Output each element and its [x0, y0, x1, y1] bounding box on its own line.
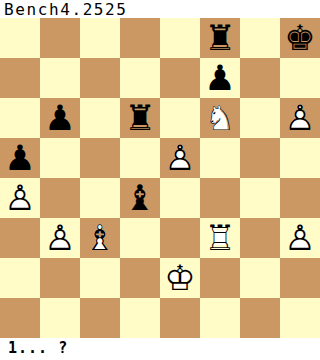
square-b3[interactable]: ♟♙ — [40, 218, 80, 258]
square-e4[interactable] — [160, 178, 200, 218]
square-c5[interactable] — [80, 138, 120, 178]
move-prompt: 1... ? — [0, 338, 320, 360]
square-g3[interactable] — [240, 218, 280, 258]
square-e2[interactable]: ♚♔ — [160, 258, 200, 298]
square-h3[interactable]: ♟♙ — [280, 218, 320, 258]
square-b6[interactable]: ♟ — [40, 98, 80, 138]
white-pawn-piece: ♙ — [280, 218, 320, 258]
square-e7[interactable] — [160, 58, 200, 98]
diagram-title: Bench4.2525 — [0, 0, 320, 18]
square-b8[interactable] — [40, 18, 80, 58]
white-king-piece: ♔ — [160, 258, 200, 298]
square-f6[interactable]: ♞♘ — [200, 98, 240, 138]
black-bishop-piece: ♝ — [120, 178, 160, 218]
square-c4[interactable] — [80, 178, 120, 218]
white-bishop-piece-fill: ♝ — [80, 218, 120, 258]
square-d2[interactable] — [120, 258, 160, 298]
square-a2[interactable] — [0, 258, 40, 298]
square-d7[interactable] — [120, 58, 160, 98]
square-b2[interactable] — [40, 258, 80, 298]
square-g2[interactable] — [240, 258, 280, 298]
square-h1[interactable] — [280, 298, 320, 338]
square-b5[interactable] — [40, 138, 80, 178]
square-h7[interactable] — [280, 58, 320, 98]
white-rook-piece-fill: ♜ — [200, 218, 240, 258]
black-pawn-piece: ♟ — [200, 58, 240, 98]
white-pawn-piece-fill: ♟ — [0, 178, 40, 218]
square-d5[interactable] — [120, 138, 160, 178]
black-king-piece: ♚ — [280, 18, 320, 58]
square-a1[interactable] — [0, 298, 40, 338]
square-f3[interactable]: ♜♖ — [200, 218, 240, 258]
square-f7[interactable]: ♟ — [200, 58, 240, 98]
square-h6[interactable]: ♟♙ — [280, 98, 320, 138]
square-e6[interactable] — [160, 98, 200, 138]
chess-board: ♜♚♟♟♜♞♘♟♙♟♟♙♟♙♝♟♙♝♗♜♖♟♙♚♔ — [0, 18, 320, 338]
square-g4[interactable] — [240, 178, 280, 218]
white-knight-piece: ♘ — [200, 98, 240, 138]
white-pawn-piece-fill: ♟ — [160, 138, 200, 178]
square-b4[interactable] — [40, 178, 80, 218]
square-h2[interactable] — [280, 258, 320, 298]
square-c2[interactable] — [80, 258, 120, 298]
chess-puzzle-app: Bench4.2525 ♜♚♟♟♜♞♘♟♙♟♟♙♟♙♝♟♙♝♗♜♖♟♙♚♔ 1.… — [0, 0, 320, 360]
square-f4[interactable] — [200, 178, 240, 218]
square-d8[interactable] — [120, 18, 160, 58]
white-pawn-piece: ♙ — [0, 178, 40, 218]
square-c6[interactable] — [80, 98, 120, 138]
square-c8[interactable] — [80, 18, 120, 58]
white-king-piece-fill: ♚ — [160, 258, 200, 298]
square-e5[interactable]: ♟♙ — [160, 138, 200, 178]
square-h5[interactable] — [280, 138, 320, 178]
black-rook-piece: ♜ — [120, 98, 160, 138]
square-f5[interactable] — [200, 138, 240, 178]
square-f8[interactable]: ♜ — [200, 18, 240, 58]
square-c1[interactable] — [80, 298, 120, 338]
square-b1[interactable] — [40, 298, 80, 338]
square-f2[interactable] — [200, 258, 240, 298]
square-e1[interactable] — [160, 298, 200, 338]
square-g8[interactable] — [240, 18, 280, 58]
white-pawn-piece: ♙ — [40, 218, 80, 258]
square-a4[interactable]: ♟♙ — [0, 178, 40, 218]
square-a7[interactable] — [0, 58, 40, 98]
white-pawn-piece: ♙ — [160, 138, 200, 178]
white-bishop-piece: ♗ — [80, 218, 120, 258]
square-d6[interactable]: ♜ — [120, 98, 160, 138]
square-a3[interactable] — [0, 218, 40, 258]
white-knight-piece-fill: ♞ — [200, 98, 240, 138]
square-g6[interactable] — [240, 98, 280, 138]
square-b7[interactable] — [40, 58, 80, 98]
white-pawn-piece-fill: ♟ — [280, 98, 320, 138]
square-d4[interactable]: ♝ — [120, 178, 160, 218]
square-c3[interactable]: ♝♗ — [80, 218, 120, 258]
square-h8[interactable]: ♚ — [280, 18, 320, 58]
square-f1[interactable] — [200, 298, 240, 338]
black-pawn-piece: ♟ — [0, 138, 40, 178]
square-d1[interactable] — [120, 298, 160, 338]
square-a5[interactable]: ♟ — [0, 138, 40, 178]
square-e8[interactable] — [160, 18, 200, 58]
square-g5[interactable] — [240, 138, 280, 178]
square-a6[interactable] — [0, 98, 40, 138]
black-pawn-piece: ♟ — [40, 98, 80, 138]
square-g7[interactable] — [240, 58, 280, 98]
square-d3[interactable] — [120, 218, 160, 258]
square-e3[interactable] — [160, 218, 200, 258]
white-pawn-piece-fill: ♟ — [40, 218, 80, 258]
square-c7[interactable] — [80, 58, 120, 98]
white-pawn-piece-fill: ♟ — [280, 218, 320, 258]
black-rook-piece: ♜ — [200, 18, 240, 58]
square-h4[interactable] — [280, 178, 320, 218]
square-g1[interactable] — [240, 298, 280, 338]
square-a8[interactable] — [0, 18, 40, 58]
white-pawn-piece: ♙ — [280, 98, 320, 138]
white-rook-piece: ♖ — [200, 218, 240, 258]
